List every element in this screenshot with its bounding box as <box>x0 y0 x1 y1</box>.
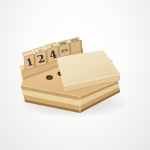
calendar-scene: 1 2 4 MAY JUN TUE <box>0 0 150 150</box>
product-photo: 1 2 4 MAY JUN TUE <box>0 0 150 150</box>
pen-hole-left <box>46 75 53 80</box>
